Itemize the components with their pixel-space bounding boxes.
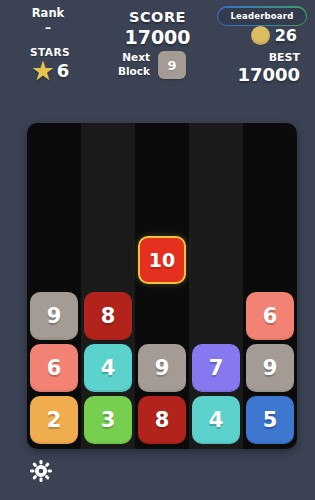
game-screen: Rank – STARS ★ 6 SCORE 17000 Next Block …: [0, 0, 315, 500]
cell-r6c1[interactable]: 2: [27, 394, 81, 446]
coins-value: 26: [275, 26, 297, 45]
cell-r1c1[interactable]: [27, 134, 81, 186]
cell-r5c3[interactable]: 9: [135, 342, 189, 394]
board-grid: 109866497923845: [27, 134, 297, 446]
next-block-value: 9: [167, 58, 176, 73]
block-9: 9: [138, 344, 186, 392]
next-block-label: Next Block: [112, 51, 150, 78]
block-9: 9: [246, 344, 294, 392]
cell-r6c3[interactable]: 8: [135, 394, 189, 446]
cell-r1c5[interactable]: [243, 134, 297, 186]
cell-r5c1[interactable]: 6: [27, 342, 81, 394]
cell-r6c2[interactable]: 3: [81, 394, 135, 446]
cell-r1c4[interactable]: [189, 134, 243, 186]
cell-r3c2[interactable]: [81, 238, 135, 290]
block-4: 4: [192, 396, 240, 444]
stars-group: STARS ★ 6: [14, 46, 86, 86]
next-block-square: 9: [158, 51, 186, 79]
block-8: 8: [138, 396, 186, 444]
best-value: 17000: [237, 64, 300, 85]
block-4: 4: [84, 344, 132, 392]
block-7: 7: [192, 344, 240, 392]
cell-r6c4[interactable]: 4: [189, 394, 243, 446]
cell-r1c3[interactable]: [135, 134, 189, 186]
coins-group: 26: [251, 26, 297, 45]
cell-r4c2[interactable]: 8: [81, 290, 135, 342]
best-group: BEST 17000: [237, 51, 300, 85]
coin-icon: [251, 26, 270, 45]
cell-r2c4[interactable]: [189, 186, 243, 238]
cell-r5c5[interactable]: 9: [243, 342, 297, 394]
block-3: 3: [84, 396, 132, 444]
cell-r3c4[interactable]: [189, 238, 243, 290]
cell-r2c3[interactable]: [135, 186, 189, 238]
block-8: 8: [84, 292, 132, 340]
cell-r3c5[interactable]: [243, 238, 297, 290]
settings-button[interactable]: [27, 458, 55, 486]
cell-r4c4[interactable]: [189, 290, 243, 342]
cell-r2c1[interactable]: [27, 186, 81, 238]
block-5: 5: [246, 396, 294, 444]
star-icon: ★: [31, 56, 55, 86]
block-9: 9: [30, 292, 78, 340]
cell-r4c5[interactable]: 6: [243, 290, 297, 342]
leaderboard-button[interactable]: Leaderboard: [217, 6, 307, 26]
cell-r2c5[interactable]: [243, 186, 297, 238]
cell-r6c5[interactable]: 5: [243, 394, 297, 446]
leaderboard-button-label: Leaderboard: [218, 8, 305, 25]
falling-block: 10: [138, 236, 186, 284]
cell-r4c1[interactable]: 9: [27, 290, 81, 342]
block-2: 2: [30, 396, 78, 444]
cell-r5c4[interactable]: 7: [189, 342, 243, 394]
game-board[interactable]: 109866497923845: [27, 123, 297, 449]
next-block-group: Next Block 9: [112, 51, 186, 79]
cell-r1c2[interactable]: [81, 134, 135, 186]
block-6: 6: [246, 292, 294, 340]
cell-r2c2[interactable]: [81, 186, 135, 238]
cell-r4c3[interactable]: [135, 290, 189, 342]
cell-r5c2[interactable]: 4: [81, 342, 135, 394]
stars-value: 6: [57, 60, 70, 81]
gear-icon: [28, 458, 54, 487]
best-label: BEST: [237, 51, 300, 64]
cell-r3c1[interactable]: [27, 238, 81, 290]
cell-r3c3[interactable]: 10: [135, 238, 189, 290]
block-6: 6: [30, 344, 78, 392]
